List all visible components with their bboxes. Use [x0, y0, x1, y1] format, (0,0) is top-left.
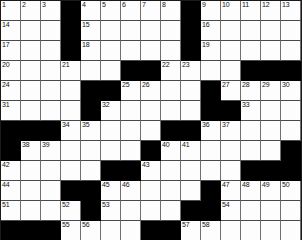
cell-r6c15[interactable] [281, 101, 301, 121]
cell-r1c5[interactable]: 4 [81, 1, 101, 21]
black-cell-r4c8 [141, 61, 161, 81]
cell-r1c1[interactable]: 1 [1, 1, 21, 21]
cell-r3c2[interactable] [21, 41, 41, 61]
black-cell-r6c12 [221, 101, 241, 121]
cell-r5c14[interactable]: 29 [261, 81, 281, 101]
cell-r11c8[interactable] [141, 201, 161, 221]
black-cell-r7c2 [21, 121, 41, 141]
cell-r12c15[interactable] [281, 221, 301, 240]
cell-r9c4[interactable] [61, 161, 81, 181]
black-cell-r4c15 [281, 61, 301, 81]
cell-r4c9[interactable]: 22 [161, 61, 181, 81]
cell-r8c10[interactable]: 41 [181, 141, 201, 161]
clue-number-22: 22 [162, 61, 169, 69]
cell-r3c9[interactable] [161, 41, 181, 61]
cell-r11c13[interactable] [241, 201, 261, 221]
cell-r12c4[interactable]: 55 [61, 221, 81, 240]
black-cell-r12c1 [1, 221, 21, 240]
cell-r3c5[interactable]: 18 [81, 41, 101, 61]
black-cell-r4c7 [121, 61, 141, 81]
black-cell-r12c2 [21, 221, 41, 240]
cell-r3c13[interactable] [241, 41, 261, 61]
cell-r7c15[interactable] [281, 121, 301, 141]
black-cell-r7c10 [181, 121, 201, 141]
cell-r8c13[interactable] [241, 141, 261, 161]
cell-r3c6[interactable] [101, 41, 121, 61]
cell-r10c15[interactable]: 50 [281, 181, 301, 201]
cell-r4c4[interactable]: 21 [61, 61, 81, 81]
cell-r10c10[interactable] [181, 181, 201, 201]
cell-r1c15[interactable]: 13 [281, 1, 301, 21]
cell-r7c13[interactable] [241, 121, 261, 141]
black-cell-r9c15 [281, 161, 301, 181]
clue-number-15: 15 [82, 21, 89, 29]
cell-r11c6[interactable]: 53 [101, 201, 121, 221]
black-cell-r11c5 [81, 201, 101, 221]
cell-r8c5[interactable] [81, 141, 101, 161]
cell-r11c12[interactable]: 54 [221, 201, 241, 221]
clue-number-45: 45 [102, 181, 109, 189]
cell-r9c2[interactable] [21, 161, 41, 181]
black-cell-r12c3 [41, 221, 61, 240]
cell-r8c6[interactable] [101, 141, 121, 161]
cell-r5c7[interactable]: 25 [121, 81, 141, 101]
cell-r5c10[interactable] [181, 81, 201, 101]
clue-number-8: 8 [162, 1, 166, 9]
black-cell-r8c15 [281, 141, 301, 161]
cell-r5c12[interactable]: 27 [221, 81, 241, 101]
cell-r5c13[interactable]: 28 [241, 81, 261, 101]
cell-r2c5[interactable]: 15 [81, 21, 101, 41]
cell-r8c4[interactable] [61, 141, 81, 161]
cell-r6c13[interactable]: 33 [241, 101, 261, 121]
cell-r3c11[interactable]: 19 [201, 41, 221, 61]
cell-r12c14[interactable] [261, 221, 281, 240]
cell-r12c12[interactable] [221, 221, 241, 240]
clue-number-29: 29 [262, 81, 269, 89]
clue-number-11: 11 [242, 1, 249, 9]
cell-r10c1[interactable]: 44 [1, 181, 21, 201]
cell-r7c4[interactable]: 34 [61, 121, 81, 141]
cell-r6c4[interactable] [61, 101, 81, 121]
clue-number-24: 24 [2, 81, 9, 89]
cell-r6c6[interactable]: 32 [101, 101, 121, 121]
cell-r1c9[interactable]: 8 [161, 1, 181, 21]
cell-r1c8[interactable]: 7 [141, 1, 161, 21]
cell-r5c8[interactable]: 26 [141, 81, 161, 101]
cell-r7c8[interactable] [141, 121, 161, 141]
cell-r1c14[interactable]: 12 [261, 1, 281, 21]
cell-r11c7[interactable] [121, 201, 141, 221]
clue-number-49: 49 [262, 181, 269, 189]
clue-number-38: 38 [22, 141, 29, 149]
clue-number-6: 6 [122, 1, 126, 9]
clue-number-36: 36 [202, 121, 209, 129]
cell-r2c12[interactable] [221, 21, 241, 41]
clue-number-13: 13 [282, 1, 289, 9]
black-cell-r7c3 [41, 121, 61, 141]
cell-r2c6[interactable] [101, 21, 121, 41]
cell-r4c10[interactable]: 23 [181, 61, 201, 81]
cell-r10c3[interactable] [41, 181, 61, 201]
black-cell-r4c14 [261, 61, 281, 81]
clue-number-37: 37 [222, 121, 229, 129]
cell-r1c12[interactable]: 10 [221, 1, 241, 21]
black-cell-r10c11 [201, 181, 221, 201]
cell-r7c11[interactable]: 36 [201, 121, 221, 141]
clue-number-31: 31 [2, 101, 9, 109]
cell-r2c8[interactable] [141, 21, 161, 41]
cell-r5c1[interactable]: 24 [1, 81, 21, 101]
cell-r2c9[interactable] [161, 21, 181, 41]
cell-r10c6[interactable]: 45 [101, 181, 121, 201]
cell-r9c5[interactable] [81, 161, 101, 181]
cell-r11c2[interactable] [21, 201, 41, 221]
clue-number-43: 43 [142, 161, 149, 169]
black-cell-r1c4 [61, 1, 81, 21]
crossword-board: 1234567891011121314151617181920212223242… [0, 0, 302, 240]
cell-r7c14[interactable] [261, 121, 281, 141]
cell-r7c12[interactable]: 37 [221, 121, 241, 141]
clue-number-58: 58 [202, 221, 209, 229]
clue-number-28: 28 [242, 81, 249, 89]
clue-number-27: 27 [222, 81, 229, 89]
cell-r7c7[interactable] [121, 121, 141, 141]
black-cell-r12c9 [161, 221, 181, 240]
clue-number-32: 32 [102, 101, 109, 109]
crossword-stage: 1234567891011121314151617181920212223242… [0, 0, 300, 240]
clue-number-20: 20 [2, 61, 9, 69]
cell-r8c3[interactable]: 39 [41, 141, 61, 161]
black-cell-r3c10 [181, 41, 201, 61]
clue-number-55: 55 [62, 221, 69, 229]
clue-number-25: 25 [122, 81, 129, 89]
cell-r1c11[interactable]: 9 [201, 1, 221, 21]
black-cell-r5c11 [201, 81, 221, 101]
cell-r4c11[interactable] [201, 61, 221, 81]
cell-r9c12[interactable] [221, 161, 241, 181]
clue-number-21: 21 [62, 61, 69, 69]
cell-r1c7[interactable]: 6 [121, 1, 141, 21]
cell-r1c13[interactable]: 11 [241, 1, 261, 21]
cell-r2c14[interactable] [261, 21, 281, 41]
clue-number-12: 12 [262, 1, 269, 9]
cell-r2c3[interactable] [41, 21, 61, 41]
cell-r12c13[interactable] [241, 221, 261, 240]
cell-r8c9[interactable]: 40 [161, 141, 181, 161]
cell-r8c7[interactable] [121, 141, 141, 161]
cell-r9c9[interactable] [161, 161, 181, 181]
black-cell-r2c4 [61, 21, 81, 41]
cell-r2c13[interactable] [241, 21, 261, 41]
black-cell-r6c5 [81, 101, 101, 121]
cell-r10c14[interactable]: 49 [261, 181, 281, 201]
cell-r1c3[interactable]: 3 [41, 1, 61, 21]
cell-r4c12[interactable] [221, 61, 241, 81]
cell-r12c7[interactable] [121, 221, 141, 240]
clue-number-56: 56 [82, 221, 89, 229]
cell-r9c10[interactable] [181, 161, 201, 181]
cell-r5c15[interactable]: 30 [281, 81, 301, 101]
clue-number-46: 46 [122, 181, 129, 189]
cell-r1c6[interactable]: 5 [101, 1, 121, 21]
cell-r11c4[interactable]: 52 [61, 201, 81, 221]
black-cell-r5c6 [101, 81, 121, 101]
cell-r12c5[interactable]: 56 [81, 221, 101, 240]
black-cell-r11c11 [201, 201, 221, 221]
clue-number-17: 17 [2, 41, 9, 49]
black-cell-r4c13 [241, 61, 261, 81]
clue-number-5: 5 [102, 1, 106, 9]
cell-r10c12[interactable]: 47 [221, 181, 241, 201]
cell-r5c9[interactable] [161, 81, 181, 101]
black-cell-r3c4 [61, 41, 81, 61]
cell-r3c12[interactable] [221, 41, 241, 61]
cell-r1c2[interactable]: 2 [21, 1, 41, 21]
cell-r10c8[interactable] [141, 181, 161, 201]
clue-number-44: 44 [2, 181, 9, 189]
cell-r2c7[interactable] [121, 21, 141, 41]
cell-r8c12[interactable] [221, 141, 241, 161]
clue-number-9: 9 [202, 1, 206, 9]
clue-number-40: 40 [162, 141, 169, 149]
clue-number-48: 48 [242, 181, 249, 189]
black-cell-r11c10 [181, 201, 201, 221]
cell-r8c2[interactable]: 38 [21, 141, 41, 161]
cell-r3c14[interactable] [261, 41, 281, 61]
cell-r3c3[interactable] [41, 41, 61, 61]
clue-number-14: 14 [2, 21, 9, 29]
clue-number-16: 16 [202, 21, 209, 29]
clue-number-47: 47 [222, 181, 229, 189]
cell-r12c11[interactable]: 58 [201, 221, 221, 240]
cell-r10c13[interactable]: 48 [241, 181, 261, 201]
cell-r6c2[interactable] [21, 101, 41, 121]
clue-number-52: 52 [62, 201, 69, 209]
cell-r6c8[interactable] [141, 101, 161, 121]
black-cell-r2c10 [181, 21, 201, 41]
black-cell-r8c8 [141, 141, 161, 161]
clue-number-18: 18 [82, 41, 89, 49]
clue-number-35: 35 [82, 121, 89, 129]
clue-number-4: 4 [82, 1, 86, 9]
cell-r9c8[interactable]: 43 [141, 161, 161, 181]
cell-r10c9[interactable] [161, 181, 181, 201]
cell-r5c4[interactable] [61, 81, 81, 101]
cell-r11c9[interactable] [161, 201, 181, 221]
cell-r2c1[interactable]: 14 [1, 21, 21, 41]
clue-number-34: 34 [62, 121, 69, 129]
cell-r2c2[interactable] [21, 21, 41, 41]
cell-r6c3[interactable] [41, 101, 61, 121]
cell-r5c2[interactable] [21, 81, 41, 101]
clue-number-26: 26 [142, 81, 149, 89]
cell-r5c3[interactable] [41, 81, 61, 101]
black-cell-r8c1 [1, 141, 21, 161]
cell-r3c1[interactable]: 17 [1, 41, 21, 61]
black-cell-r10c4 [61, 181, 81, 201]
clue-number-54: 54 [222, 201, 229, 209]
cell-r12c10[interactable]: 57 [181, 221, 201, 240]
cell-r3c7[interactable] [121, 41, 141, 61]
cell-r4c6[interactable] [101, 61, 121, 81]
cell-r7c6[interactable] [101, 121, 121, 141]
black-cell-r9c6 [101, 161, 121, 181]
cell-r9c3[interactable] [41, 161, 61, 181]
black-cell-r7c9 [161, 121, 181, 141]
cell-r10c2[interactable] [21, 181, 41, 201]
cell-r11c15[interactable] [281, 201, 301, 221]
clue-number-23: 23 [182, 61, 189, 69]
cell-r11c1[interactable]: 51 [1, 201, 21, 221]
cell-r4c5[interactable] [81, 61, 101, 81]
clue-number-53: 53 [102, 201, 109, 209]
cell-r4c2[interactable] [21, 61, 41, 81]
clue-number-10: 10 [222, 1, 229, 9]
clue-number-33: 33 [242, 101, 249, 109]
cell-r11c3[interactable] [41, 201, 61, 221]
black-cell-r12c8 [141, 221, 161, 240]
black-cell-r9c7 [121, 161, 141, 181]
cell-r4c3[interactable] [41, 61, 61, 81]
cell-r3c8[interactable] [141, 41, 161, 61]
cell-r2c15[interactable] [281, 21, 301, 41]
cell-r6c10[interactable] [181, 101, 201, 121]
black-cell-r5c5 [81, 81, 101, 101]
cell-r12c6[interactable] [101, 221, 121, 240]
black-cell-r6c11 [201, 101, 221, 121]
cell-r7c5[interactable]: 35 [81, 121, 101, 141]
clue-number-50: 50 [282, 181, 289, 189]
black-cell-r7c1 [1, 121, 21, 141]
clue-number-57: 57 [182, 221, 189, 229]
cell-r3c15[interactable] [281, 41, 301, 61]
black-cell-r1c10 [181, 1, 201, 21]
cell-r8c11[interactable] [201, 141, 221, 161]
cell-r9c1[interactable]: 42 [1, 161, 21, 181]
cell-r6c1[interactable]: 31 [1, 101, 21, 121]
cell-r11c14[interactable] [261, 201, 281, 221]
clue-number-39: 39 [42, 141, 49, 149]
cell-r9c11[interactable] [201, 161, 221, 181]
cell-r6c9[interactable] [161, 101, 181, 121]
clue-number-30: 30 [282, 81, 289, 89]
clue-number-2: 2 [22, 1, 26, 9]
black-cell-r9c14 [261, 161, 281, 181]
clue-number-42: 42 [2, 161, 9, 169]
clue-number-7: 7 [142, 1, 146, 9]
clue-number-3: 3 [42, 1, 46, 9]
cell-r2c11[interactable]: 16 [201, 21, 221, 41]
clue-number-1: 1 [2, 1, 6, 9]
cell-r6c14[interactable] [261, 101, 281, 121]
cell-r8c14[interactable] [261, 141, 281, 161]
black-cell-r9c13 [241, 161, 261, 181]
clue-number-41: 41 [182, 141, 189, 149]
cell-r10c7[interactable]: 46 [121, 181, 141, 201]
clue-number-19: 19 [202, 41, 209, 49]
cell-r6c7[interactable] [121, 101, 141, 121]
black-cell-r10c5 [81, 181, 101, 201]
cell-r4c1[interactable]: 20 [1, 61, 21, 81]
clue-number-51: 51 [2, 201, 9, 209]
